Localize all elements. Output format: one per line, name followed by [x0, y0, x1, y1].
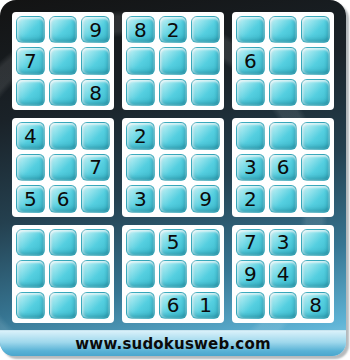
given-digit: 2 [134, 126, 147, 146]
cell-r6c3[interactable] [81, 185, 110, 212]
cell-r9c3[interactable] [81, 292, 110, 319]
cell-r9c1[interactable] [16, 292, 45, 319]
cell-r9c2[interactable] [49, 292, 78, 319]
cell-r1c3[interactable]: 9 [81, 16, 110, 43]
cell-r5c8[interactable]: 6 [269, 154, 298, 181]
cell-r1c5[interactable]: 2 [159, 16, 188, 43]
cell-r5c9[interactable] [301, 154, 330, 181]
given-digit: 1 [199, 295, 212, 315]
cell-r4c3[interactable] [81, 122, 110, 149]
cell-r9c6[interactable]: 1 [191, 292, 220, 319]
cell-r3c4[interactable] [126, 79, 155, 106]
cell-r5c3[interactable]: 7 [81, 154, 110, 181]
given-digit: 6 [167, 295, 180, 315]
given-digit: 2 [167, 20, 180, 40]
cell-r5c7[interactable]: 3 [236, 154, 265, 181]
cell-r1c2[interactable] [49, 16, 78, 43]
cell-r5c2[interactable] [49, 154, 78, 181]
given-digit: 9 [244, 264, 257, 284]
box-r2c1: 4756 [12, 118, 114, 216]
given-digit: 9 [199, 189, 212, 209]
cell-r2c5[interactable] [159, 47, 188, 74]
cell-r1c4[interactable]: 8 [126, 16, 155, 43]
cell-r3c7[interactable] [236, 79, 265, 106]
cell-r8c3[interactable] [81, 260, 110, 287]
cell-r4c6[interactable] [191, 122, 220, 149]
sudoku-board: 978826475623936256173948 www.sudokusweb.… [0, 0, 346, 356]
cell-r4c2[interactable] [49, 122, 78, 149]
given-digit: 9 [89, 20, 102, 40]
given-digit: 3 [244, 157, 257, 177]
cell-r3c2[interactable] [49, 79, 78, 106]
given-digit: 8 [309, 295, 322, 315]
given-digit: 6 [57, 189, 70, 209]
cell-r5c4[interactable] [126, 154, 155, 181]
given-digit: 5 [167, 232, 180, 252]
cell-r8c8[interactable]: 4 [269, 260, 298, 287]
website-link[interactable]: www.sudokusweb.com [75, 335, 270, 353]
cell-r6c1[interactable]: 5 [16, 185, 45, 212]
cell-r7c2[interactable] [49, 229, 78, 256]
cell-r9c7[interactable] [236, 292, 265, 319]
box-r3c2: 561 [122, 225, 224, 323]
cell-r8c5[interactable] [159, 260, 188, 287]
cell-r9c9[interactable]: 8 [301, 292, 330, 319]
given-digit: 7 [89, 157, 102, 177]
given-digit: 3 [277, 232, 290, 252]
cell-r7c3[interactable] [81, 229, 110, 256]
cell-r8c6[interactable] [191, 260, 220, 287]
cell-r7c8[interactable]: 3 [269, 229, 298, 256]
sudoku-grid: 978826475623936256173948 [0, 0, 346, 330]
cell-r3c3[interactable]: 8 [81, 79, 110, 106]
cell-r6c7[interactable]: 2 [236, 185, 265, 212]
cell-r3c8[interactable] [269, 79, 298, 106]
cell-r7c4[interactable] [126, 229, 155, 256]
cell-r7c1[interactable] [16, 229, 45, 256]
given-digit: 8 [89, 83, 102, 103]
cell-r5c5[interactable] [159, 154, 188, 181]
cell-r2c9[interactable] [301, 47, 330, 74]
given-digit: 7 [244, 232, 257, 252]
given-digit: 6 [277, 157, 290, 177]
cell-r7c5[interactable]: 5 [159, 229, 188, 256]
cell-r2c1[interactable]: 7 [16, 47, 45, 74]
cell-r1c9[interactable] [301, 16, 330, 43]
given-digit: 6 [244, 51, 257, 71]
cell-r9c4[interactable] [126, 292, 155, 319]
cell-r1c1[interactable] [16, 16, 45, 43]
cell-r7c6[interactable] [191, 229, 220, 256]
box-r1c1: 978 [12, 12, 114, 110]
cell-r4c4[interactable]: 2 [126, 122, 155, 149]
cell-r3c1[interactable] [16, 79, 45, 106]
box-r1c3: 6 [232, 12, 334, 110]
cell-r2c8[interactable] [269, 47, 298, 74]
given-digit: 2 [244, 189, 257, 209]
box-r2c3: 362 [232, 118, 334, 216]
cell-r2c3[interactable] [81, 47, 110, 74]
cell-r1c8[interactable] [269, 16, 298, 43]
cell-r2c6[interactable] [191, 47, 220, 74]
cell-r6c9[interactable] [301, 185, 330, 212]
cell-r4c1[interactable]: 4 [16, 122, 45, 149]
cell-r7c9[interactable] [301, 229, 330, 256]
cell-r8c9[interactable] [301, 260, 330, 287]
cell-r1c7[interactable] [236, 16, 265, 43]
box-r3c3: 73948 [232, 225, 334, 323]
cell-r7c7[interactable]: 7 [236, 229, 265, 256]
cell-r6c5[interactable] [159, 185, 188, 212]
cell-r3c9[interactable] [301, 79, 330, 106]
cell-r3c5[interactable] [159, 79, 188, 106]
cell-r6c4[interactable]: 3 [126, 185, 155, 212]
cell-r4c8[interactable] [269, 122, 298, 149]
given-digit: 3 [134, 189, 147, 209]
cell-r6c2[interactable]: 6 [49, 185, 78, 212]
given-digit: 5 [24, 189, 37, 209]
cell-r5c6[interactable] [191, 154, 220, 181]
cell-r6c8[interactable] [269, 185, 298, 212]
cell-r4c5[interactable] [159, 122, 188, 149]
box-r1c2: 82 [122, 12, 224, 110]
cell-r2c4[interactable] [126, 47, 155, 74]
cell-r6c6[interactable]: 9 [191, 185, 220, 212]
cell-r9c5[interactable]: 6 [159, 292, 188, 319]
cell-r5c1[interactable] [16, 154, 45, 181]
given-digit: 8 [134, 20, 147, 40]
cell-r9c8[interactable] [269, 292, 298, 319]
cell-r2c2[interactable] [49, 47, 78, 74]
footer-band: www.sudokusweb.com [0, 330, 346, 356]
box-r2c2: 239 [122, 118, 224, 216]
cell-r4c7[interactable] [236, 122, 265, 149]
cell-r2c7[interactable]: 6 [236, 47, 265, 74]
cell-r8c7[interactable]: 9 [236, 260, 265, 287]
cell-r8c4[interactable] [126, 260, 155, 287]
cell-r4c9[interactable] [301, 122, 330, 149]
cell-r8c1[interactable] [16, 260, 45, 287]
given-digit: 4 [277, 264, 290, 284]
cell-r1c6[interactable] [191, 16, 220, 43]
given-digit: 4 [24, 126, 37, 146]
cell-r8c2[interactable] [49, 260, 78, 287]
box-r3c1 [12, 225, 114, 323]
given-digit: 7 [24, 51, 37, 71]
cell-r3c6[interactable] [191, 79, 220, 106]
